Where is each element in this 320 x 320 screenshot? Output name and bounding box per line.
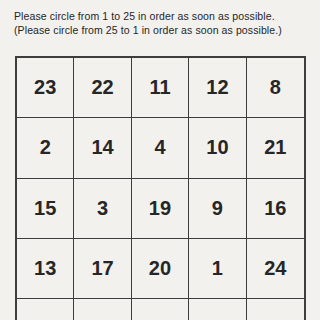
instructions-line-1: Please circle from 1 to 25 in order as s… [14, 9, 282, 23]
grid-cell-r5c3[interactable] [132, 299, 189, 320]
grid-cell-r4c5[interactable]: 24 [247, 239, 304, 299]
grid-cell-r2c1[interactable]: 2 [17, 118, 74, 178]
number-grid: 2322111282144102115319916131720124 [15, 56, 306, 320]
grid-cell-r1c4[interactable]: 12 [189, 58, 246, 118]
grid-cell-r3c1[interactable]: 15 [17, 179, 74, 239]
grid-cell-r1c3[interactable]: 11 [132, 58, 189, 118]
grid-cell-r5c2[interactable] [74, 299, 131, 320]
instructions: Please circle from 1 to 25 in order as s… [14, 9, 282, 37]
grid-cell-r4c3[interactable]: 20 [132, 239, 189, 299]
grid-cell-r4c1[interactable]: 13 [17, 239, 74, 299]
grid-cell-r2c2[interactable]: 14 [74, 118, 131, 178]
grid-cell-r5c1[interactable] [17, 299, 74, 320]
grid-cell-r3c2[interactable]: 3 [74, 179, 131, 239]
grid-cell-r1c1[interactable]: 23 [17, 58, 74, 118]
grid-cell-r3c5[interactable]: 16 [247, 179, 304, 239]
grid-cell-r2c4[interactable]: 10 [189, 118, 246, 178]
instructions-line-2: (Please circle from 25 to 1 in order as … [14, 23, 282, 37]
grid-cell-r1c2[interactable]: 22 [74, 58, 131, 118]
grid-cell-r3c4[interactable]: 9 [189, 179, 246, 239]
grid-cell-r4c2[interactable]: 17 [74, 239, 131, 299]
grid-cell-r4c4[interactable]: 1 [189, 239, 246, 299]
grid-cell-r2c3[interactable]: 4 [132, 118, 189, 178]
grid-cell-r2c5[interactable]: 21 [247, 118, 304, 178]
grid-cell-r1c5[interactable]: 8 [247, 58, 304, 118]
grid-cell-r5c4[interactable] [189, 299, 246, 320]
grid-cell-r3c3[interactable]: 19 [132, 179, 189, 239]
grid-cell-r5c5[interactable] [247, 299, 304, 320]
